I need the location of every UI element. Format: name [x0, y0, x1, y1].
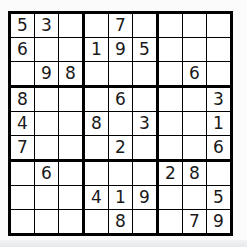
- sudoku-cell[interactable]: 5: [207, 186, 230, 209]
- sudoku-cell[interactable]: 6: [183, 62, 206, 85]
- sudoku-cell[interactable]: 6: [207, 136, 230, 159]
- sudoku-cell[interactable]: [183, 88, 206, 111]
- sudoku-cell[interactable]: 8: [85, 112, 108, 135]
- sudoku-cell[interactable]: [59, 162, 82, 185]
- sudoku-cell[interactable]: 6: [35, 162, 58, 185]
- page: { "game": "sudoku", "position": "53..7..…: [0, 0, 247, 247]
- sudoku-cell[interactable]: 2: [109, 136, 132, 159]
- sudoku-cell[interactable]: [85, 136, 108, 159]
- sudoku-cell[interactable]: 9: [207, 210, 230, 233]
- sudoku-cell[interactable]: [207, 62, 230, 85]
- sudoku-cell[interactable]: [11, 210, 34, 233]
- sudoku-cell[interactable]: 7: [183, 210, 206, 233]
- sudoku-cell[interactable]: 3: [133, 112, 156, 135]
- sudoku-cell[interactable]: [133, 162, 156, 185]
- sudoku-cell[interactable]: [85, 14, 108, 37]
- sudoku-cell[interactable]: 5: [11, 14, 34, 37]
- sudoku-cell[interactable]: [59, 88, 82, 111]
- sudoku-cell[interactable]: 1: [207, 112, 230, 135]
- sudoku-cell[interactable]: 1: [85, 38, 108, 61]
- sudoku-cell[interactable]: [85, 62, 108, 85]
- sudoku-cell[interactable]: [85, 162, 108, 185]
- sudoku-cell[interactable]: 9: [133, 186, 156, 209]
- sudoku-box: 6: [11, 162, 82, 233]
- sudoku-cell[interactable]: 7: [11, 136, 34, 159]
- sudoku-cell[interactable]: 6: [11, 38, 34, 61]
- sudoku-cell[interactable]: [35, 88, 58, 111]
- sudoku-cell[interactable]: 6: [109, 88, 132, 111]
- sudoku-cell[interactable]: [183, 186, 206, 209]
- sudoku-cell[interactable]: 8: [59, 62, 82, 85]
- sudoku-cell[interactable]: 8: [109, 210, 132, 233]
- sudoku-cell[interactable]: [207, 38, 230, 61]
- sudoku-box: 28579: [159, 162, 230, 233]
- sudoku-cell[interactable]: 9: [109, 38, 132, 61]
- sudoku-cell[interactable]: [59, 112, 82, 135]
- sudoku-cell[interactable]: [133, 210, 156, 233]
- sudoku-cell[interactable]: [59, 136, 82, 159]
- sudoku-cell[interactable]: [159, 112, 182, 135]
- sudoku-cell[interactable]: 9: [35, 62, 58, 85]
- sudoku-cell[interactable]: [11, 62, 34, 85]
- sudoku-cell[interactable]: [35, 112, 58, 135]
- sudoku-cell[interactable]: [159, 14, 182, 37]
- sudoku-cell[interactable]: 4: [11, 112, 34, 135]
- sudoku-cell[interactable]: [183, 112, 206, 135]
- sudoku-box: 847: [11, 88, 82, 159]
- sudoku-cell[interactable]: [109, 162, 132, 185]
- sudoku-cell[interactable]: [59, 210, 82, 233]
- sudoku-cell[interactable]: [109, 62, 132, 85]
- sudoku-cell[interactable]: [183, 136, 206, 159]
- sudoku-cell[interactable]: [85, 210, 108, 233]
- sudoku-cell[interactable]: [207, 162, 230, 185]
- sudoku-cell[interactable]: 8: [11, 88, 34, 111]
- sudoku-cell[interactable]: [35, 38, 58, 61]
- sudoku-cell[interactable]: [133, 88, 156, 111]
- sudoku-cell[interactable]: [133, 14, 156, 37]
- sudoku-cell[interactable]: [85, 88, 108, 111]
- sudoku-cell[interactable]: [133, 62, 156, 85]
- sudoku-cell[interactable]: 5: [133, 38, 156, 61]
- sudoku-box: 6832: [85, 88, 156, 159]
- sudoku-cell[interactable]: [11, 162, 34, 185]
- sudoku-cell[interactable]: [35, 186, 58, 209]
- sudoku-box: 6: [159, 14, 230, 85]
- sudoku-board: 536987195684768323166419828579: [8, 11, 233, 236]
- sudoku-box: 316: [159, 88, 230, 159]
- sudoku-cell[interactable]: [183, 38, 206, 61]
- sudoku-cell[interactable]: [159, 210, 182, 233]
- sudoku-box: 53698: [11, 14, 82, 85]
- sudoku-cell[interactable]: [11, 186, 34, 209]
- sudoku-cell[interactable]: [207, 14, 230, 37]
- sudoku-cell[interactable]: [35, 136, 58, 159]
- sudoku-cell[interactable]: 3: [207, 88, 230, 111]
- sudoku-cell[interactable]: 4: [85, 186, 108, 209]
- sudoku-cell[interactable]: [59, 38, 82, 61]
- sudoku-cell[interactable]: [35, 210, 58, 233]
- sudoku-cell[interactable]: [159, 62, 182, 85]
- sudoku-cell[interactable]: 1: [109, 186, 132, 209]
- sudoku-cell[interactable]: 2: [159, 162, 182, 185]
- sudoku-cell[interactable]: [159, 88, 182, 111]
- sudoku-cell[interactable]: [183, 14, 206, 37]
- sudoku-cell[interactable]: [59, 14, 82, 37]
- sudoku-cell[interactable]: 7: [109, 14, 132, 37]
- sudoku-cell[interactable]: [159, 38, 182, 61]
- sudoku-cell[interactable]: [159, 186, 182, 209]
- sudoku-cell[interactable]: 8: [183, 162, 206, 185]
- sudoku-box: 7195: [85, 14, 156, 85]
- sudoku-cell[interactable]: 3: [35, 14, 58, 37]
- page-bottom-shadow: [0, 240, 247, 247]
- sudoku-cell[interactable]: [159, 136, 182, 159]
- sudoku-cell[interactable]: [133, 136, 156, 159]
- sudoku-cell[interactable]: [59, 186, 82, 209]
- sudoku-box: 4198: [85, 162, 156, 233]
- sudoku-cell[interactable]: [109, 112, 132, 135]
